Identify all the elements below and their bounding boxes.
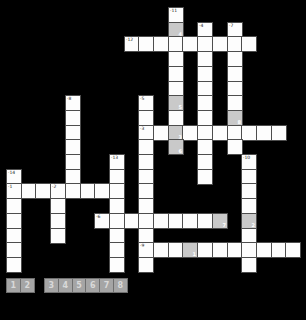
clue-number-8: ·8 [67,96,71,101]
answer-box-number: 5 [76,281,82,290]
grid-cell-c11-r7[interactable] [168,110,184,126]
grid-cell-c18-r8[interactable] [271,125,287,141]
grid-cell-c3-r12[interactable]: ·2 [50,183,66,199]
shaded-grid-cell-c12-r16[interactable]: 1 [182,242,198,258]
grid-cell-c13-r14[interactable] [197,213,213,229]
clue-number-3: ·3 [140,126,144,131]
grid-cell-c13-r16[interactable] [197,242,213,258]
grid-cell-c6-r14[interactable]: ·6 [94,213,110,229]
grid-cell-c12-r14[interactable] [182,213,198,229]
grid-cell-c6-r12[interactable] [94,183,110,199]
grid-cell-c9-r13[interactable] [138,198,154,214]
grid-cell-c9-r12[interactable] [138,183,154,199]
grid-cell-c13-r7[interactable] [197,110,213,126]
grid-cell-c4-r7[interactable] [65,110,81,126]
grid-cell-c9-r6[interactable]: ·5 [138,95,154,111]
grid-cell-c12-r2[interactable] [182,36,198,52]
grid-cell-c9-r10[interactable] [138,154,154,170]
grid-cell-c15-r3[interactable] [227,51,243,67]
grid-cell-c4-r10[interactable] [65,154,81,170]
grid-cell-c15-r6[interactable] [227,95,243,111]
grid-cell-c9-r14[interactable] [138,213,154,229]
grid-cell-c13-r3[interactable] [197,51,213,67]
grid-cell-c0-r13[interactable] [6,198,22,214]
grid-cell-c9-r9[interactable] [138,139,154,155]
grid-cell-c7-r14[interactable] [109,213,125,229]
grid-cell-c9-r16[interactable]: ·9 [138,242,154,258]
grid-cell-c0-r12[interactable]: ·1 [6,183,22,199]
clue-number-13: ·13 [111,155,118,160]
clue-number-2: ·2 [52,184,56,189]
answer-box-7[interactable]: 7 [99,278,114,293]
clue-number-4: ·4 [199,23,203,28]
grid-cell-c19-r16[interactable] [285,242,301,258]
grid-cell-c15-r9[interactable] [227,139,243,155]
grid-cell-c3-r15[interactable] [50,228,66,244]
answer-box-number: 6 [90,281,96,290]
shaded-grid-cell-c11-r9[interactable]: 6 [168,139,184,155]
grid-cell-c7-r17[interactable] [109,257,125,273]
answer-box-3[interactable]: 3 [44,278,59,293]
crossword-board: ·114·4·7·12·8·558·336·13·10·14·1·2·672·9… [0,0,306,320]
grid-cell-c3-r14[interactable] [50,213,66,229]
grid-cell-c13-r10[interactable] [197,154,213,170]
grid-cell-c16-r8[interactable] [241,125,257,141]
grid-cell-c11-r0[interactable]: ·11 [168,7,184,23]
grid-cell-c7-r10[interactable]: ·13 [109,154,125,170]
answer-box-number: 7 [104,281,110,290]
grid-cell-c10-r14[interactable] [153,213,169,229]
grid-cell-c4-r12[interactable] [65,183,81,199]
grid-cell-c11-r4[interactable] [168,66,184,82]
grid-cell-c3-r13[interactable] [50,198,66,214]
answer-box-number: 4 [62,281,68,290]
grid-cell-c4-r6[interactable]: ·8 [65,95,81,111]
secret-letter-digit: 6 [179,148,182,154]
grid-cell-c12-r8[interactable] [182,125,198,141]
secret-letter-digit: 1 [193,251,196,257]
grid-cell-c16-r16[interactable] [241,242,257,258]
grid-cell-c7-r13[interactable] [109,198,125,214]
grid-cell-c0-r14[interactable] [6,213,22,229]
grid-cell-c9-r2[interactable] [138,36,154,52]
grid-cell-c13-r9[interactable] [197,139,213,155]
grid-cell-c10-r8[interactable] [153,125,169,141]
grid-cell-c13-r4[interactable] [197,66,213,82]
grid-cell-c2-r12[interactable] [35,183,51,199]
answer-box-4[interactable]: 4 [58,278,73,293]
grid-cell-c9-r17[interactable] [138,257,154,273]
grid-cell-c16-r13[interactable] [241,198,257,214]
answer-box-2[interactable]: 2 [20,278,35,293]
grid-cell-c10-r16[interactable] [153,242,169,258]
shaded-grid-cell-c11-r6[interactable]: 5 [168,95,184,111]
grid-cell-c10-r2[interactable] [153,36,169,52]
answer-box-number: 1 [11,281,17,290]
grid-cell-c0-r17[interactable] [6,257,22,273]
secret-letter-digit: 7 [223,222,226,228]
grid-cell-c7-r16[interactable] [109,242,125,258]
clue-number-10: ·10 [243,155,250,160]
grid-cell-c14-r16[interactable] [212,242,228,258]
grid-cell-c16-r17[interactable] [241,257,257,273]
clue-number-6: ·6 [96,214,100,219]
answer-box-number: 8 [118,281,124,290]
shaded-grid-cell-c15-r7[interactable]: 8 [227,110,243,126]
grid-cell-c13-r11[interactable] [197,169,213,185]
grid-cell-c7-r12[interactable] [109,183,125,199]
clue-number-5: ·5 [140,96,144,101]
answer-box-number: 3 [49,281,55,290]
grid-cell-c17-r8[interactable] [256,125,272,141]
shaded-grid-cell-c16-r14[interactable]: 2 [241,213,257,229]
grid-cell-c13-r2[interactable] [197,36,213,52]
grid-cell-c4-r9[interactable] [65,139,81,155]
answer-box-1[interactable]: 1 [6,278,21,293]
grid-cell-c15-r4[interactable] [227,66,243,82]
clue-number-7: ·7 [229,23,233,28]
answer-box-5[interactable]: 5 [72,278,87,293]
clue-number-14: ·14 [8,170,15,175]
grid-cell-c17-r16[interactable] [256,242,272,258]
grid-cell-c9-r7[interactable] [138,110,154,126]
shaded-grid-cell-c14-r14[interactable]: 7 [212,213,228,229]
grid-cell-c16-r10[interactable]: ·10 [241,154,257,170]
answer-box-6[interactable]: 6 [85,278,100,293]
grid-cell-c11-r3[interactable] [168,51,184,67]
grid-cell-c16-r2[interactable] [241,36,257,52]
grid-cell-c14-r8[interactable] [212,125,228,141]
clue-number-9: ·9 [140,243,144,248]
grid-cell-c14-r2[interactable] [212,36,228,52]
grid-cell-c0-r16[interactable] [6,242,22,258]
answer-box-8[interactable]: 8 [113,278,128,293]
grid-cell-c16-r12[interactable] [241,183,257,199]
answer-box-number: 2 [24,281,30,290]
clue-number-11: ·11 [170,8,177,13]
clue-number-12: ·12 [126,37,133,42]
clue-number-1: ·1 [8,184,12,189]
grid-cell-c13-r6[interactable] [197,95,213,111]
